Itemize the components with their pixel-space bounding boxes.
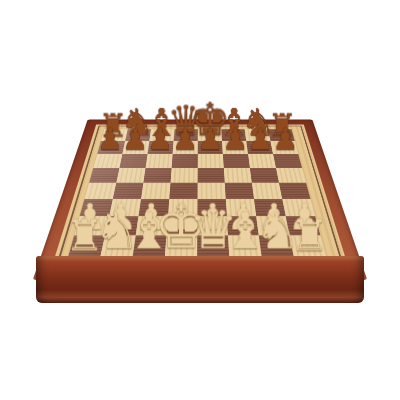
square-b5	[116, 168, 145, 183]
square-g6	[248, 154, 276, 168]
dark-pawn: ♟	[97, 126, 123, 153]
square-d7: ♟	[173, 141, 198, 154]
square-g1: ♞	[259, 235, 294, 256]
square-b6	[119, 154, 147, 168]
square-e5	[198, 168, 225, 183]
square-h6	[273, 154, 302, 168]
dark-pawn: ♟	[272, 126, 298, 153]
dark-pawn: ♟	[172, 126, 198, 153]
square-e6	[198, 154, 224, 168]
square-f7: ♟	[222, 141, 248, 154]
light-rook: ♜	[65, 215, 104, 255]
square-c6	[146, 154, 173, 168]
light-rook: ♜	[290, 215, 329, 255]
square-a1: ♜	[68, 235, 105, 256]
case-molding	[36, 256, 364, 262]
square-f6	[223, 154, 250, 168]
light-queen: ♛	[189, 205, 238, 255]
square-d6	[172, 154, 198, 168]
square-g5	[250, 168, 279, 183]
dark-pawn: ♟	[147, 126, 173, 153]
square-b7: ♟	[122, 141, 149, 154]
maple-border: ♜♞♝♛♚♝♞♜♟♟♟♟♟♟♟♟♟♟♟♟♟♟♟♟♜♞♝♚♛♝♞♜	[51, 124, 349, 269]
square-a6	[93, 154, 122, 168]
dark-pawn: ♟	[222, 126, 248, 153]
square-e1: ♛	[197, 235, 229, 256]
square-f5	[224, 168, 252, 183]
square-g7: ♟	[246, 141, 273, 154]
square-h1: ♜	[290, 235, 326, 256]
square-e7: ♟	[198, 141, 223, 154]
square-c7: ♟	[148, 141, 174, 154]
storage-case	[36, 256, 364, 303]
chess-set-photo: ♜♞♝♛♚♝♞♜♟♟♟♟♟♟♟♟♟♟♟♟♟♟♟♟♜♞♝♚♛♝♞♜	[0, 0, 400, 400]
dark-pawn: ♟	[197, 126, 223, 153]
square-h5	[276, 168, 306, 183]
dark-pawn: ♟	[122, 126, 148, 153]
chess-board: ♜♞♝♛♚♝♞♜♟♟♟♟♟♟♟♟♟♟♟♟♟♟♟♟♜♞♝♚♛♝♞♜	[68, 129, 326, 256]
square-h7: ♟	[271, 141, 299, 154]
square-d5	[171, 168, 198, 183]
dark-pawn: ♟	[247, 126, 273, 153]
square-a5	[89, 168, 119, 183]
square-c5	[143, 168, 171, 183]
